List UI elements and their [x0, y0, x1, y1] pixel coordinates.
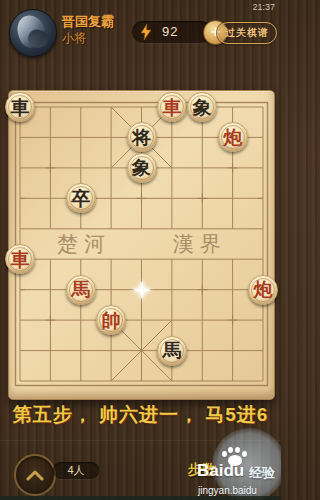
chevron-up-icon	[26, 469, 44, 481]
piece-black-卒[interactable]: 卒	[66, 183, 96, 213]
piece-black-車[interactable]: 車	[5, 92, 35, 122]
watermark-url: jingyan.baidu	[198, 485, 257, 496]
piece-red-車[interactable]: 車	[5, 244, 35, 274]
river-label-left: 楚河	[57, 232, 111, 256]
piece-red-炮[interactable]: 炮	[248, 275, 278, 305]
piece-red-馬[interactable]: 馬	[66, 275, 96, 305]
puzzle-records-button[interactable]: 过关棋谱	[217, 22, 277, 44]
piece-black-馬[interactable]: 馬	[157, 336, 187, 366]
river-label-right: 漢界	[173, 232, 227, 256]
piece-red-炮[interactable]: 炮	[218, 122, 248, 152]
player-rank: 小将	[62, 30, 86, 47]
player-avatar[interactable]	[9, 9, 57, 57]
energy-value: 92	[162, 24, 178, 39]
bottom-edge-strip	[0, 496, 281, 500]
footer-bar: 4人 步数 Baidu 经验 jingyan.baidu	[0, 440, 281, 500]
watermark-brand: Baidu	[197, 461, 244, 481]
player-name: 晋国复霸	[62, 13, 114, 31]
piece-black-象[interactable]: 象	[127, 153, 157, 183]
collapse-button[interactable]	[14, 454, 56, 496]
energy-pill: 92	[132, 21, 212, 43]
watermark-brand-cn: 经验	[249, 464, 275, 482]
lightning-icon	[140, 24, 152, 44]
piece-black-将[interactable]: 将	[127, 122, 157, 152]
highlight-sparkle-marker	[134, 282, 150, 298]
board[interactable]: 楚河 漢界 車車象将炮象卒車馬炮帥馬	[8, 90, 275, 400]
piece-red-車[interactable]: 車	[157, 92, 187, 122]
header-bar: 晋国复霸 小将 92 + 过关棋谱	[0, 0, 281, 62]
piece-red-帥[interactable]: 帥	[96, 305, 126, 335]
move-hint-text: 第五步， 帅六进一， 马5进6	[0, 402, 281, 428]
players-count-badge: 4人	[53, 462, 99, 479]
